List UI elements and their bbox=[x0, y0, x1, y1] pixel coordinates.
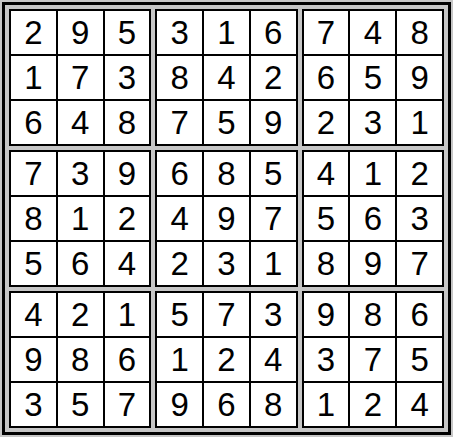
sudoku-cell-r4c8: 1 bbox=[350, 152, 395, 195]
sudoku-cell-r5c1: 8 bbox=[11, 197, 56, 240]
sudoku-cell-r8c4: 1 bbox=[157, 338, 202, 381]
sudoku-box-2-2: 685497231 bbox=[155, 150, 297, 287]
sudoku-cell-r6c3: 4 bbox=[105, 242, 150, 285]
sudoku-cell-r4c4: 6 bbox=[157, 152, 202, 195]
sudoku-cell-r2c4: 8 bbox=[157, 56, 202, 99]
sudoku-cell-r5c7: 5 bbox=[304, 197, 349, 240]
sudoku-box-3-1: 421986357 bbox=[9, 291, 151, 428]
sudoku-cell-r2c7: 6 bbox=[304, 56, 349, 99]
sudoku-cell-r2c2: 7 bbox=[58, 56, 103, 99]
sudoku-cell-r1c5: 1 bbox=[204, 11, 249, 54]
sudoku-cell-r7c7: 9 bbox=[304, 293, 349, 336]
sudoku-box-3-2: 573124968 bbox=[155, 291, 297, 428]
sudoku-cell-r5c9: 3 bbox=[397, 197, 442, 240]
sudoku-cell-r6c7: 8 bbox=[304, 242, 349, 285]
sudoku-cell-r8c8: 7 bbox=[350, 338, 395, 381]
sudoku-cell-r4c7: 4 bbox=[304, 152, 349, 195]
sudoku-cell-r9c9: 4 bbox=[397, 383, 442, 426]
sudoku-box-1-3: 748659231 bbox=[302, 9, 444, 146]
sudoku-cell-r7c5: 7 bbox=[204, 293, 249, 336]
sudoku-cell-r1c4: 3 bbox=[157, 11, 202, 54]
sudoku-cell-r6c2: 6 bbox=[58, 242, 103, 285]
sudoku-cell-r6c8: 9 bbox=[350, 242, 395, 285]
sudoku-cell-r9c3: 7 bbox=[105, 383, 150, 426]
sudoku-cell-r4c3: 9 bbox=[105, 152, 150, 195]
sudoku-cell-r2c9: 9 bbox=[397, 56, 442, 99]
sudoku-cell-r1c3: 5 bbox=[105, 11, 150, 54]
sudoku-cell-r7c1: 4 bbox=[11, 293, 56, 336]
sudoku-box-3-3: 986375124 bbox=[302, 291, 444, 428]
sudoku-cell-r9c6: 8 bbox=[251, 383, 296, 426]
sudoku-cell-r5c6: 7 bbox=[251, 197, 296, 240]
sudoku-cell-r6c6: 1 bbox=[251, 242, 296, 285]
sudoku-cell-r9c7: 1 bbox=[304, 383, 349, 426]
sudoku-cell-r5c2: 1 bbox=[58, 197, 103, 240]
sudoku-cell-r6c4: 2 bbox=[157, 242, 202, 285]
sudoku-cell-r3c6: 9 bbox=[251, 101, 296, 144]
sudoku-cell-r3c5: 5 bbox=[204, 101, 249, 144]
sudoku-cell-r9c8: 2 bbox=[350, 383, 395, 426]
sudoku-cell-r1c1: 2 bbox=[11, 11, 56, 54]
sudoku-cell-r7c8: 8 bbox=[350, 293, 395, 336]
sudoku-cell-r1c9: 8 bbox=[397, 11, 442, 54]
sudoku-box-2-3: 412563897 bbox=[302, 150, 444, 287]
sudoku-cell-r8c7: 3 bbox=[304, 338, 349, 381]
sudoku-cell-r7c3: 1 bbox=[105, 293, 150, 336]
sudoku-cell-r4c1: 7 bbox=[11, 152, 56, 195]
sudoku-cell-r3c1: 6 bbox=[11, 101, 56, 144]
sudoku-cell-r4c9: 2 bbox=[397, 152, 442, 195]
sudoku-box-2-1: 739812564 bbox=[9, 150, 151, 287]
sudoku-cell-r7c9: 6 bbox=[397, 293, 442, 336]
sudoku-cell-r9c2: 5 bbox=[58, 383, 103, 426]
sudoku-cell-r3c7: 2 bbox=[304, 101, 349, 144]
sudoku-cell-r9c4: 9 bbox=[157, 383, 202, 426]
sudoku-cell-r8c6: 4 bbox=[251, 338, 296, 381]
sudoku-cell-r9c5: 6 bbox=[204, 383, 249, 426]
sudoku-cell-r5c3: 2 bbox=[105, 197, 150, 240]
sudoku-cell-r4c5: 8 bbox=[204, 152, 249, 195]
sudoku-cell-r8c3: 6 bbox=[105, 338, 150, 381]
sudoku-cell-r1c6: 6 bbox=[251, 11, 296, 54]
sudoku-outer-frame: 2951736483168427597486592317398125646854… bbox=[2, 2, 451, 435]
sudoku-cell-r5c5: 9 bbox=[204, 197, 249, 240]
sudoku-cell-r8c9: 5 bbox=[397, 338, 442, 381]
sudoku-cell-r7c4: 5 bbox=[157, 293, 202, 336]
sudoku-box-1-2: 316842759 bbox=[155, 9, 297, 146]
sudoku-cell-r6c5: 3 bbox=[204, 242, 249, 285]
sudoku-cell-r7c2: 2 bbox=[58, 293, 103, 336]
sudoku-cell-r8c5: 2 bbox=[204, 338, 249, 381]
sudoku-cell-r3c2: 4 bbox=[58, 101, 103, 144]
sudoku-cell-r8c1: 9 bbox=[11, 338, 56, 381]
sudoku-cell-r7c6: 3 bbox=[251, 293, 296, 336]
sudoku-cell-r3c8: 3 bbox=[350, 101, 395, 144]
sudoku-cell-r2c1: 1 bbox=[11, 56, 56, 99]
sudoku-cell-r4c2: 3 bbox=[58, 152, 103, 195]
sudoku-cell-r6c9: 7 bbox=[397, 242, 442, 285]
sudoku-cell-r2c5: 4 bbox=[204, 56, 249, 99]
sudoku-cell-r1c2: 9 bbox=[58, 11, 103, 54]
sudoku-cell-r3c3: 8 bbox=[105, 101, 150, 144]
sudoku-cell-r1c7: 7 bbox=[304, 11, 349, 54]
sudoku-box-1-1: 295173648 bbox=[9, 9, 151, 146]
sudoku-cell-r3c9: 1 bbox=[397, 101, 442, 144]
sudoku-cell-r8c2: 8 bbox=[58, 338, 103, 381]
sudoku-cell-r4c6: 5 bbox=[251, 152, 296, 195]
sudoku-cell-r2c8: 5 bbox=[350, 56, 395, 99]
sudoku-cell-r2c6: 2 bbox=[251, 56, 296, 99]
sudoku-cell-r1c8: 4 bbox=[350, 11, 395, 54]
sudoku-cell-r2c3: 3 bbox=[105, 56, 150, 99]
sudoku-cell-r5c8: 6 bbox=[350, 197, 395, 240]
sudoku-cell-r5c4: 4 bbox=[157, 197, 202, 240]
sudoku-cell-r6c1: 5 bbox=[11, 242, 56, 285]
sudoku-cell-r9c1: 3 bbox=[11, 383, 56, 426]
sudoku-board: 2951736483168427597486592317398125646854… bbox=[0, 0, 453, 437]
sudoku-cell-r3c4: 7 bbox=[157, 101, 202, 144]
